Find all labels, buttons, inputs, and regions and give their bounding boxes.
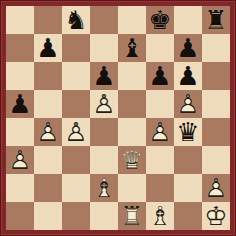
- square-d8[interactable]: [90, 6, 118, 34]
- square-h4[interactable]: [202, 118, 230, 146]
- piece-black-pawn[interactable]: ♟: [90, 62, 118, 90]
- square-g4[interactable]: ♛: [174, 118, 202, 146]
- square-f4[interactable]: ♟♙: [146, 118, 174, 146]
- piece-white-rook-fill: ♜: [118, 202, 146, 230]
- square-b8[interactable]: [34, 6, 62, 34]
- square-e3[interactable]: ♛♕: [118, 146, 146, 174]
- square-b5[interactable]: [34, 90, 62, 118]
- piece-white-queen-fill: ♛: [118, 146, 146, 174]
- square-d7[interactable]: [90, 34, 118, 62]
- square-h7[interactable]: [202, 34, 230, 62]
- piece-white-bishop[interactable]: ♗: [90, 174, 118, 202]
- piece-white-pawn[interactable]: ♙: [174, 90, 202, 118]
- square-h8[interactable]: ♜: [202, 6, 230, 34]
- square-b1[interactable]: [34, 202, 62, 230]
- square-h3[interactable]: [202, 146, 230, 174]
- square-a5[interactable]: ♟: [6, 90, 34, 118]
- square-b3[interactable]: [34, 146, 62, 174]
- chess-board: ♞♚♜♟♝♟♟♟♟♟♟♙♟♙♟♙♟♙♟♙♛♟♙♛♕♝♗♟♙♜♖♝♗♚♔: [6, 6, 230, 230]
- piece-white-bishop-fill: ♝: [146, 202, 174, 230]
- square-f5[interactable]: [146, 90, 174, 118]
- piece-white-pawn-fill: ♟: [62, 118, 90, 146]
- square-e6[interactable]: [118, 62, 146, 90]
- square-b2[interactable]: [34, 174, 62, 202]
- piece-white-pawn-fill: ♟: [34, 118, 62, 146]
- piece-white-pawn[interactable]: ♙: [90, 90, 118, 118]
- piece-white-pawn-fill: ♟: [90, 90, 118, 118]
- square-c3[interactable]: [62, 146, 90, 174]
- square-a8[interactable]: [6, 6, 34, 34]
- square-g8[interactable]: [174, 6, 202, 34]
- square-c4[interactable]: ♟♙: [62, 118, 90, 146]
- square-b6[interactable]: [34, 62, 62, 90]
- piece-white-pawn-fill: ♟: [202, 174, 230, 202]
- piece-black-king[interactable]: ♚: [146, 6, 174, 34]
- square-f6[interactable]: ♟: [146, 62, 174, 90]
- piece-black-knight[interactable]: ♞: [62, 6, 90, 34]
- piece-black-pawn[interactable]: ♟: [6, 90, 34, 118]
- square-f7[interactable]: [146, 34, 174, 62]
- square-e7[interactable]: ♝: [118, 34, 146, 62]
- square-a2[interactable]: [6, 174, 34, 202]
- square-a4[interactable]: [6, 118, 34, 146]
- piece-white-king-fill: ♚: [202, 202, 230, 230]
- piece-white-pawn-fill: ♟: [6, 146, 34, 174]
- square-d1[interactable]: [90, 202, 118, 230]
- piece-white-king[interactable]: ♔: [202, 202, 230, 230]
- piece-white-pawn[interactable]: ♙: [146, 118, 174, 146]
- square-g6[interactable]: ♟: [174, 62, 202, 90]
- square-e8[interactable]: [118, 6, 146, 34]
- square-h1[interactable]: ♚♔: [202, 202, 230, 230]
- piece-black-queen[interactable]: ♛: [174, 118, 202, 146]
- square-f2[interactable]: [146, 174, 174, 202]
- piece-white-pawn-fill: ♟: [146, 118, 174, 146]
- square-d3[interactable]: [90, 146, 118, 174]
- piece-black-pawn[interactable]: ♟: [174, 62, 202, 90]
- square-b4[interactable]: ♟♙: [34, 118, 62, 146]
- square-c5[interactable]: [62, 90, 90, 118]
- square-d6[interactable]: ♟: [90, 62, 118, 90]
- square-c6[interactable]: [62, 62, 90, 90]
- square-h5[interactable]: [202, 90, 230, 118]
- square-h2[interactable]: ♟♙: [202, 174, 230, 202]
- square-c7[interactable]: [62, 34, 90, 62]
- square-a3[interactable]: ♟♙: [6, 146, 34, 174]
- piece-white-queen[interactable]: ♕: [118, 146, 146, 174]
- piece-black-pawn[interactable]: ♟: [146, 62, 174, 90]
- square-e2[interactable]: [118, 174, 146, 202]
- piece-white-pawn[interactable]: ♙: [62, 118, 90, 146]
- square-f1[interactable]: ♝♗: [146, 202, 174, 230]
- board-frame: ♞♚♜♟♝♟♟♟♟♟♟♙♟♙♟♙♟♙♟♙♛♟♙♛♕♝♗♟♙♜♖♝♗♚♔: [0, 0, 236, 236]
- piece-black-pawn[interactable]: ♟: [174, 34, 202, 62]
- piece-white-bishop-fill: ♝: [90, 174, 118, 202]
- square-e5[interactable]: [118, 90, 146, 118]
- square-a7[interactable]: [6, 34, 34, 62]
- square-e1[interactable]: ♜♖: [118, 202, 146, 230]
- piece-white-rook[interactable]: ♖: [118, 202, 146, 230]
- square-c8[interactable]: ♞: [62, 6, 90, 34]
- piece-white-bishop[interactable]: ♗: [146, 202, 174, 230]
- square-a6[interactable]: [6, 62, 34, 90]
- square-f3[interactable]: [146, 146, 174, 174]
- square-f8[interactable]: ♚: [146, 6, 174, 34]
- square-b7[interactable]: ♟: [34, 34, 62, 62]
- piece-white-pawn[interactable]: ♙: [6, 146, 34, 174]
- square-g3[interactable]: [174, 146, 202, 174]
- square-g7[interactable]: ♟: [174, 34, 202, 62]
- piece-black-bishop[interactable]: ♝: [118, 34, 146, 62]
- square-e4[interactable]: [118, 118, 146, 146]
- square-a1[interactable]: [6, 202, 34, 230]
- piece-white-pawn-fill: ♟: [174, 90, 202, 118]
- square-d2[interactable]: ♝♗: [90, 174, 118, 202]
- square-c2[interactable]: [62, 174, 90, 202]
- square-c1[interactable]: [62, 202, 90, 230]
- piece-white-pawn[interactable]: ♙: [202, 174, 230, 202]
- square-d4[interactable]: [90, 118, 118, 146]
- piece-white-pawn[interactable]: ♙: [34, 118, 62, 146]
- square-g1[interactable]: [174, 202, 202, 230]
- square-g5[interactable]: ♟♙: [174, 90, 202, 118]
- piece-black-pawn[interactable]: ♟: [34, 34, 62, 62]
- square-d5[interactable]: ♟♙: [90, 90, 118, 118]
- square-h6[interactable]: [202, 62, 230, 90]
- piece-black-rook[interactable]: ♜: [202, 6, 230, 34]
- square-g2[interactable]: [174, 174, 202, 202]
